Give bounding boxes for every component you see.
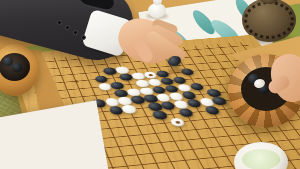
sleeve-button <box>73 30 78 35</box>
sleeve-button <box>65 25 70 30</box>
go-bowl-right <box>228 54 300 128</box>
hand-shadow <box>168 68 186 74</box>
tea-cup <box>234 142 288 169</box>
go-bowl-left <box>0 44 38 96</box>
green-tea <box>242 149 280 169</box>
black-stone <box>12 63 22 72</box>
sleeve-button <box>57 20 62 25</box>
go-game-photo <box>0 0 300 169</box>
sleeve-button <box>81 35 86 40</box>
